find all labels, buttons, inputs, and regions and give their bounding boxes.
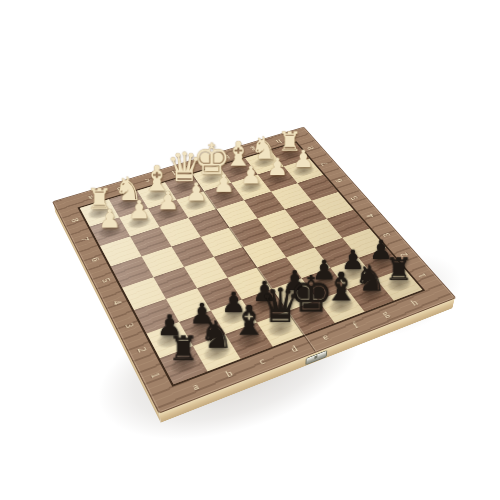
rank-label-left-2: 2 (133, 342, 151, 357)
product-photo-scene: ♜♞♝♛♚♝♞♜♟♟♟♟♟♟♟♟♟♟♟♟♟♟♟♟♜♞♝♛♚♝♞♜ aabbccd… (0, 0, 500, 500)
piece-glyph: ♟ (87, 176, 132, 231)
file-label-front-b: b (219, 366, 239, 381)
piece-glyph: ♜ (157, 301, 209, 365)
piece-white-pawn-a7: ♟ (90, 217, 130, 246)
piece-black-rook-a1: ♜ (160, 346, 208, 384)
file-label-front-e: e (315, 330, 335, 344)
rank-label-left-3: 3 (120, 318, 138, 333)
file-label-front-d: d (284, 342, 304, 357)
file-label-front-g: g (376, 307, 396, 321)
pieces-layer: ♜♞♝♛♚♝♞♜♟♟♟♟♟♟♟♟♟♟♟♟♟♟♟♟♜♞♝♛♚♝♞♜ (80, 143, 422, 384)
rank-label-left-4: 4 (109, 296, 126, 310)
rank-label-left-1: 1 (146, 367, 165, 383)
rank-label-left-7: 7 (77, 233, 93, 245)
file-label-front-h: h (405, 296, 425, 309)
rank-label-left-5: 5 (97, 274, 114, 287)
file-label-front-a: a (185, 379, 205, 395)
rank-label-right-6: 6 (331, 175, 347, 186)
rank-label-left-8: 8 (67, 215, 82, 227)
clasp-latch (305, 350, 327, 365)
rank-label-right-5: 5 (346, 192, 363, 203)
playing-area: ♜♞♝♛♚♝♞♜♟♟♟♟♟♟♟♟♟♟♟♟♟♟♟♟♜♞♝♛♚♝♞♜ (80, 143, 422, 384)
file-label-front-f: f (346, 319, 366, 333)
file-label-front-c: c (252, 354, 272, 369)
chess-board: ♜♞♝♛♚♝♞♜♟♟♟♟♟♟♟♟♟♟♟♟♟♟♟♟♜♞♝♛♚♝♞♜ aabbccd… (52, 127, 456, 414)
rank-label-left-6: 6 (87, 253, 103, 266)
